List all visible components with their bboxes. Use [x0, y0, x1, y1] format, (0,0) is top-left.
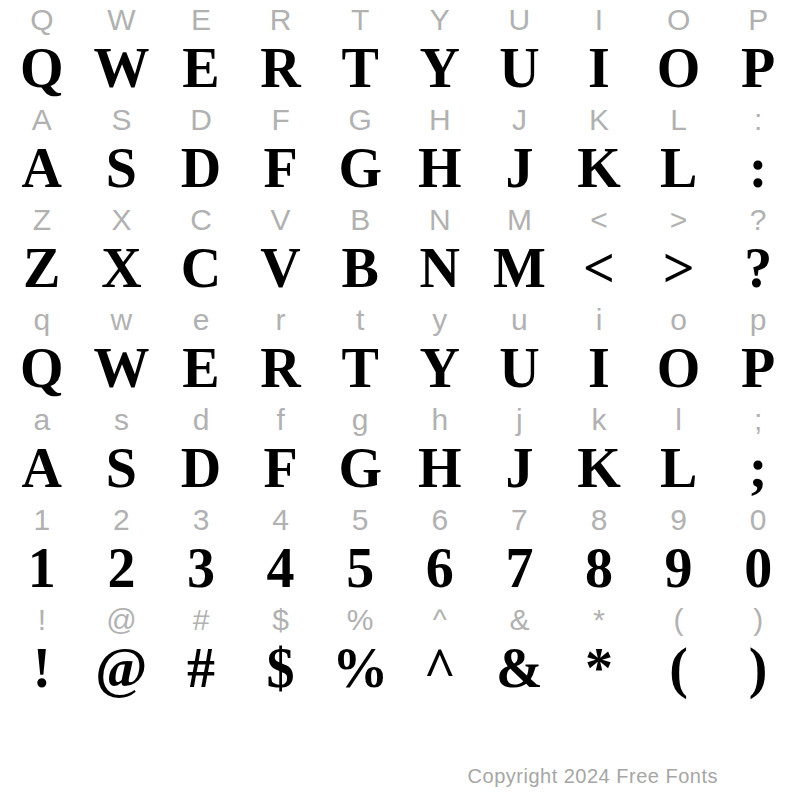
glyph-cell: M: [480, 205, 560, 235]
glyph-cell: 0: [718, 505, 798, 535]
glyph-cell: T: [320, 340, 400, 396]
glyph-cell: >: [639, 205, 719, 235]
glyph-cell: O: [639, 40, 719, 96]
glyph-cell: y: [400, 305, 480, 335]
glyph-cell: O: [639, 340, 719, 396]
glyph-cell: D: [161, 105, 241, 135]
glyph-cell: K: [559, 105, 639, 135]
glyph-cell: ?: [718, 205, 798, 235]
glyph-cell: J: [480, 440, 560, 496]
specimen-row-guide: 1234567890: [2, 500, 798, 540]
glyph-cell: B: [320, 205, 400, 235]
glyph-cell: J: [480, 105, 560, 135]
glyph-cell: Z: [2, 205, 82, 235]
specimen-row-display: QWERTYUIOP: [2, 340, 798, 400]
glyph-cell: Q: [2, 340, 82, 396]
glyph-cell: M: [480, 240, 560, 296]
glyph-cell: P: [718, 340, 798, 396]
glyph-cell: S: [82, 105, 162, 135]
glyph-cell: h: [400, 405, 480, 435]
glyph-cell: 4: [241, 540, 321, 596]
glyph-cell: H: [400, 440, 480, 496]
glyph-cell: @: [82, 605, 162, 635]
glyph-cell: a: [2, 405, 82, 435]
glyph-cell: R: [241, 5, 321, 35]
glyph-cell: K: [559, 140, 639, 196]
glyph-cell: (: [639, 605, 719, 635]
glyph-cell: (: [639, 640, 719, 696]
glyph-cell: N: [400, 240, 480, 296]
glyph-cell: A: [2, 440, 82, 496]
glyph-cell: ?: [718, 240, 798, 296]
specimen-row-display: !@#$%^&*(): [2, 640, 798, 700]
glyph-cell: S: [82, 440, 162, 496]
glyph-cell: 3: [161, 540, 241, 596]
glyph-cell: E: [161, 40, 241, 96]
glyph-cell: 9: [639, 540, 719, 596]
glyph-cell: X: [82, 240, 162, 296]
glyph-cell: o: [639, 305, 719, 335]
specimen-row-guide: ASDFGHJKL:: [2, 100, 798, 140]
glyph-cell: f: [241, 405, 321, 435]
glyph-cell: Q: [2, 40, 82, 96]
glyph-cell: H: [400, 140, 480, 196]
glyph-cell: F: [241, 140, 321, 196]
glyph-cell: #: [161, 605, 241, 635]
glyph-cell: s: [82, 405, 162, 435]
glyph-cell: R: [241, 340, 321, 396]
glyph-cell: *: [559, 605, 639, 635]
glyph-cell: i: [559, 305, 639, 335]
glyph-cell: ;: [718, 405, 798, 435]
glyph-cell: Y: [400, 5, 480, 35]
specimen-row-guide: QWERTYUIOP: [2, 0, 798, 40]
glyph-cell: I: [559, 5, 639, 35]
glyph-cell: w: [82, 305, 162, 335]
glyph-cell: !: [2, 605, 82, 635]
glyph-cell: C: [161, 240, 241, 296]
glyph-cell: H: [400, 105, 480, 135]
glyph-cell: @: [82, 640, 162, 696]
glyph-cell: V: [241, 240, 321, 296]
glyph-cell: d: [161, 405, 241, 435]
glyph-cell: 5: [320, 540, 400, 596]
glyph-cell: 7: [480, 540, 560, 596]
glyph-cell: G: [320, 140, 400, 196]
glyph-cell: ): [718, 640, 798, 696]
glyph-cell: D: [161, 140, 241, 196]
glyph-cell: F: [241, 105, 321, 135]
glyph-cell: :: [718, 140, 798, 196]
glyph-cell: E: [161, 340, 241, 396]
glyph-cell: ): [718, 605, 798, 635]
glyph-cell: ^: [400, 605, 480, 635]
glyph-cell: !: [2, 640, 82, 696]
glyph-cell: T: [320, 40, 400, 96]
copyright-text: Copyright 2024 Free Fonts: [468, 765, 718, 788]
glyph-cell: 1: [2, 540, 82, 596]
specimen-row-display: QWERTYUIOP: [2, 40, 798, 100]
glyph-cell: G: [320, 105, 400, 135]
glyph-cell: %: [320, 605, 400, 635]
character-map-grid: QWERTYUIOPQWERTYUIOPASDFGHJKL:ASDFGHJKL:…: [2, 0, 798, 700]
glyph-cell: 8: [559, 505, 639, 535]
specimen-row-display: 1234567890: [2, 540, 798, 600]
glyph-cell: I: [559, 40, 639, 96]
glyph-cell: W: [82, 40, 162, 96]
glyph-cell: ;: [718, 440, 798, 496]
glyph-cell: I: [559, 340, 639, 396]
glyph-cell: L: [639, 440, 719, 496]
specimen-row-display: ZXCVBNM<>?: [2, 240, 798, 300]
glyph-cell: 1: [2, 505, 82, 535]
glyph-cell: X: [82, 205, 162, 235]
glyph-cell: A: [2, 140, 82, 196]
glyph-cell: r: [241, 305, 321, 335]
glyph-cell: L: [639, 140, 719, 196]
glyph-cell: $: [241, 605, 321, 635]
glyph-cell: :: [718, 105, 798, 135]
glyph-cell: j: [480, 405, 560, 435]
glyph-cell: u: [480, 305, 560, 335]
specimen-row-guide: !@#$%^&*(): [2, 600, 798, 640]
glyph-cell: G: [320, 440, 400, 496]
glyph-cell: 4: [241, 505, 321, 535]
glyph-cell: 9: [639, 505, 719, 535]
glyph-cell: P: [718, 40, 798, 96]
glyph-cell: Q: [2, 5, 82, 35]
glyph-cell: l: [639, 405, 719, 435]
glyph-cell: V: [241, 205, 321, 235]
glyph-cell: 3: [161, 505, 241, 535]
glyph-cell: <: [559, 240, 639, 296]
glyph-cell: Y: [400, 340, 480, 396]
glyph-cell: g: [320, 405, 400, 435]
glyph-cell: 7: [480, 505, 560, 535]
glyph-cell: U: [480, 5, 560, 35]
glyph-cell: E: [161, 5, 241, 35]
specimen-row-guide: ZXCVBNM<>?: [2, 200, 798, 240]
glyph-cell: e: [161, 305, 241, 335]
glyph-cell: t: [320, 305, 400, 335]
specimen-row-display: ASDFGHJKL;: [2, 440, 798, 500]
glyph-cell: $: [241, 640, 321, 696]
glyph-cell: D: [161, 440, 241, 496]
glyph-cell: W: [82, 5, 162, 35]
glyph-cell: ^: [400, 640, 480, 696]
glyph-cell: Z: [2, 240, 82, 296]
glyph-cell: C: [161, 205, 241, 235]
glyph-cell: 2: [82, 540, 162, 596]
glyph-cell: B: [320, 240, 400, 296]
glyph-cell: &: [480, 640, 560, 696]
glyph-cell: %: [320, 640, 400, 696]
specimen-row-guide: qwertyuiop: [2, 300, 798, 340]
glyph-cell: >: [639, 240, 719, 296]
glyph-cell: 6: [400, 505, 480, 535]
glyph-cell: O: [639, 5, 719, 35]
glyph-cell: k: [559, 405, 639, 435]
glyph-cell: q: [2, 305, 82, 335]
specimen-row-guide: asdfghjkl;: [2, 400, 798, 440]
glyph-cell: 5: [320, 505, 400, 535]
specimen-row-display: ASDFGHJKL:: [2, 140, 798, 200]
glyph-cell: J: [480, 140, 560, 196]
glyph-cell: T: [320, 5, 400, 35]
glyph-cell: Y: [400, 40, 480, 96]
glyph-cell: L: [639, 105, 719, 135]
glyph-cell: *: [559, 640, 639, 696]
glyph-cell: F: [241, 440, 321, 496]
glyph-cell: S: [82, 140, 162, 196]
glyph-cell: 8: [559, 540, 639, 596]
glyph-cell: K: [559, 440, 639, 496]
glyph-cell: U: [480, 340, 560, 396]
glyph-cell: 6: [400, 540, 480, 596]
glyph-cell: 0: [718, 540, 798, 596]
glyph-cell: #: [161, 640, 241, 696]
glyph-cell: &: [480, 605, 560, 635]
glyph-cell: p: [718, 305, 798, 335]
glyph-cell: 2: [82, 505, 162, 535]
glyph-cell: N: [400, 205, 480, 235]
glyph-cell: A: [2, 105, 82, 135]
glyph-cell: U: [480, 40, 560, 96]
glyph-cell: <: [559, 205, 639, 235]
glyph-cell: P: [718, 5, 798, 35]
glyph-cell: R: [241, 40, 321, 96]
glyph-cell: W: [82, 340, 162, 396]
